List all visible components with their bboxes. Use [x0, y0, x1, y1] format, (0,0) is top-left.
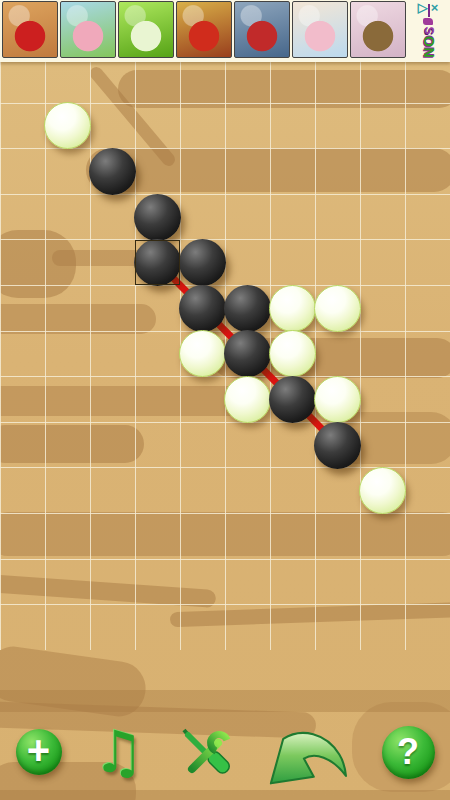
ad-thumb-mario-kart[interactable]: [176, 1, 232, 58]
black-stone: [314, 422, 361, 469]
ad-side-panel: ▷ × SON: [406, 0, 450, 62]
tools-icon: [176, 723, 234, 781]
last-move-marker: [135, 240, 180, 286]
ad-thumb-wheely-red-car[interactable]: [2, 1, 58, 58]
white-stone: [359, 467, 406, 514]
white-stone: [224, 376, 271, 423]
ad-thumb-peppa-pig[interactable]: [60, 1, 116, 58]
white-stone: [179, 330, 226, 377]
black-stone: [224, 330, 271, 377]
board-grid[interactable]: [0, 62, 450, 650]
white-stone: [314, 376, 361, 423]
white-stone: [44, 102, 91, 149]
undo-arrow-icon: [265, 719, 351, 785]
white-stone: [269, 285, 316, 332]
ad-thumbs: [0, 0, 406, 62]
white-stone: [314, 285, 361, 332]
undo-button[interactable]: [265, 719, 351, 785]
ad-thumb-pou[interactable]: [350, 1, 406, 58]
ad-logo-pole: [428, 4, 430, 17]
question-icon: ?: [382, 726, 435, 779]
music-note-icon: ♫: [93, 723, 145, 781]
ad-thumb-ben-10[interactable]: [118, 1, 174, 58]
music-button[interactable]: ♫: [93, 723, 145, 781]
new-game-button[interactable]: +: [16, 729, 62, 775]
ad-thumb-spiderman[interactable]: [234, 1, 290, 58]
black-stone: [269, 376, 316, 423]
black-stone: [89, 148, 136, 195]
settings-button[interactable]: [176, 723, 234, 781]
black-stone: [224, 285, 271, 332]
toolbar: + ♫: [0, 704, 450, 800]
adchoices-icon[interactable]: ▷: [418, 1, 428, 15]
ad-close-icon[interactable]: ×: [431, 1, 439, 15]
ad-banner[interactable]: ▷ × SON: [0, 0, 450, 62]
app-screen: ▷ × SON + ♫: [0, 0, 450, 800]
black-stone: [134, 194, 181, 241]
ad-thumb-baby-hazel[interactable]: [292, 1, 348, 58]
ad-logo[interactable]: SON: [423, 25, 434, 58]
plus-icon: +: [16, 729, 62, 775]
game-board: [0, 62, 450, 800]
ad-logo-ribbon: [423, 18, 433, 25]
white-stone: [269, 330, 316, 377]
black-stone: [179, 239, 226, 286]
help-button[interactable]: ?: [382, 726, 435, 779]
black-stone: [179, 285, 226, 332]
